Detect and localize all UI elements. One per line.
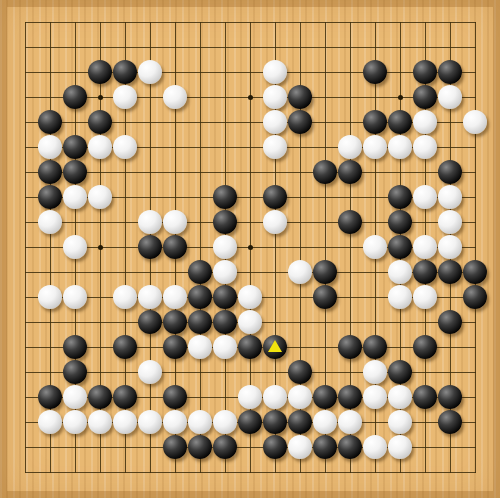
stone-black[interactable] bbox=[313, 385, 337, 409]
stone-white[interactable] bbox=[138, 60, 162, 84]
stone-white[interactable] bbox=[363, 235, 387, 259]
stone-black[interactable] bbox=[313, 285, 337, 309]
stone-black[interactable] bbox=[438, 260, 462, 284]
stone-white[interactable] bbox=[438, 210, 462, 234]
stone-black[interactable] bbox=[188, 285, 212, 309]
stone-white[interactable] bbox=[63, 185, 87, 209]
stone-black[interactable] bbox=[88, 110, 112, 134]
stone-black[interactable] bbox=[388, 110, 412, 134]
stone-black[interactable] bbox=[363, 110, 387, 134]
stone-black[interactable] bbox=[263, 185, 287, 209]
stone-white[interactable] bbox=[338, 135, 362, 159]
stone-black[interactable] bbox=[438, 410, 462, 434]
stone-black[interactable] bbox=[313, 260, 337, 284]
stone-white[interactable] bbox=[263, 60, 287, 84]
stone-black[interactable] bbox=[338, 210, 362, 234]
stone-white[interactable] bbox=[38, 210, 62, 234]
stone-black[interactable] bbox=[438, 385, 462, 409]
stone-black[interactable] bbox=[38, 110, 62, 134]
stone-white[interactable] bbox=[388, 410, 412, 434]
stone-white[interactable] bbox=[88, 410, 112, 434]
stone-white[interactable] bbox=[363, 435, 387, 459]
go-board[interactable] bbox=[0, 0, 500, 498]
stone-white[interactable] bbox=[213, 335, 237, 359]
stone-black[interactable] bbox=[63, 160, 87, 184]
stone-white[interactable] bbox=[363, 360, 387, 384]
stone-black[interactable] bbox=[163, 385, 187, 409]
stone-white[interactable] bbox=[113, 285, 137, 309]
stone-white[interactable] bbox=[388, 135, 412, 159]
stone-black[interactable] bbox=[338, 160, 362, 184]
stone-black[interactable] bbox=[413, 385, 437, 409]
stone-white[interactable] bbox=[388, 285, 412, 309]
stone-black[interactable] bbox=[63, 335, 87, 359]
stone-black[interactable] bbox=[338, 385, 362, 409]
stone-white[interactable] bbox=[363, 135, 387, 159]
stone-black[interactable] bbox=[38, 160, 62, 184]
stone-black[interactable] bbox=[438, 310, 462, 334]
stone-black[interactable] bbox=[138, 235, 162, 259]
stone-white[interactable] bbox=[138, 410, 162, 434]
stone-black[interactable] bbox=[263, 410, 287, 434]
stone-white[interactable] bbox=[113, 410, 137, 434]
stone-white[interactable] bbox=[63, 285, 87, 309]
stone-black[interactable] bbox=[388, 185, 412, 209]
stone-white[interactable] bbox=[288, 260, 312, 284]
stone-black[interactable] bbox=[238, 410, 262, 434]
stone-black[interactable] bbox=[188, 310, 212, 334]
stone-white[interactable] bbox=[188, 410, 212, 434]
stone-white[interactable] bbox=[313, 410, 337, 434]
stone-white[interactable] bbox=[88, 185, 112, 209]
stone-white[interactable] bbox=[188, 335, 212, 359]
stone-black[interactable] bbox=[63, 360, 87, 384]
star-point bbox=[248, 245, 253, 250]
stone-white[interactable] bbox=[413, 285, 437, 309]
stone-white[interactable] bbox=[438, 235, 462, 259]
stone-white[interactable] bbox=[438, 85, 462, 109]
stone-white[interactable] bbox=[213, 410, 237, 434]
stone-black[interactable] bbox=[288, 85, 312, 109]
stone-black[interactable] bbox=[213, 185, 237, 209]
stone-black[interactable] bbox=[413, 85, 437, 109]
stone-white[interactable] bbox=[238, 385, 262, 409]
stone-black[interactable] bbox=[413, 60, 437, 84]
stone-white[interactable] bbox=[213, 260, 237, 284]
stone-black[interactable] bbox=[63, 135, 87, 159]
star-point bbox=[98, 95, 103, 100]
stone-white[interactable] bbox=[63, 385, 87, 409]
stone-white[interactable] bbox=[63, 235, 87, 259]
stone-black[interactable] bbox=[188, 435, 212, 459]
stone-white[interactable] bbox=[113, 85, 137, 109]
stone-white[interactable] bbox=[463, 110, 487, 134]
stone-white[interactable] bbox=[413, 135, 437, 159]
stone-black[interactable] bbox=[38, 385, 62, 409]
stone-white[interactable] bbox=[263, 210, 287, 234]
stone-black[interactable] bbox=[438, 60, 462, 84]
stone-black[interactable] bbox=[388, 360, 412, 384]
stone-black[interactable] bbox=[113, 385, 137, 409]
stone-black[interactable] bbox=[163, 310, 187, 334]
stone-black[interactable] bbox=[313, 435, 337, 459]
stone-black[interactable] bbox=[138, 310, 162, 334]
stone-white[interactable] bbox=[138, 360, 162, 384]
stone-black[interactable] bbox=[338, 335, 362, 359]
stone-white[interactable] bbox=[238, 310, 262, 334]
stone-black[interactable] bbox=[213, 210, 237, 234]
stone-black[interactable] bbox=[463, 260, 487, 284]
stone-black[interactable] bbox=[188, 260, 212, 284]
stone-white[interactable] bbox=[338, 410, 362, 434]
stone-white[interactable] bbox=[413, 110, 437, 134]
stone-black[interactable] bbox=[88, 60, 112, 84]
stone-white[interactable] bbox=[88, 135, 112, 159]
stone-white[interactable] bbox=[413, 185, 437, 209]
stone-white[interactable] bbox=[388, 385, 412, 409]
stone-black[interactable] bbox=[438, 160, 462, 184]
stone-white[interactable] bbox=[38, 410, 62, 434]
stone-white[interactable] bbox=[63, 410, 87, 434]
stone-black[interactable] bbox=[113, 60, 137, 84]
stone-black[interactable] bbox=[163, 335, 187, 359]
stone-white[interactable] bbox=[238, 285, 262, 309]
stone-white[interactable] bbox=[363, 385, 387, 409]
grid-line-vertical bbox=[475, 22, 476, 473]
stone-black[interactable] bbox=[63, 85, 87, 109]
stone-white[interactable] bbox=[38, 135, 62, 159]
stone-black[interactable] bbox=[288, 360, 312, 384]
stone-white[interactable] bbox=[38, 285, 62, 309]
stone-black[interactable] bbox=[363, 60, 387, 84]
stone-white[interactable] bbox=[263, 135, 287, 159]
stone-white[interactable] bbox=[113, 135, 137, 159]
stone-black[interactable] bbox=[113, 335, 137, 359]
last-move-triangle-marker bbox=[268, 340, 282, 352]
stone-black[interactable] bbox=[263, 435, 287, 459]
stone-white[interactable] bbox=[413, 235, 437, 259]
stone-black[interactable] bbox=[338, 435, 362, 459]
stone-black[interactable] bbox=[288, 410, 312, 434]
stone-black[interactable] bbox=[363, 335, 387, 359]
stone-white[interactable] bbox=[138, 285, 162, 309]
stone-white[interactable] bbox=[213, 235, 237, 259]
stone-white[interactable] bbox=[438, 185, 462, 209]
stone-black[interactable] bbox=[413, 260, 437, 284]
stone-black[interactable] bbox=[213, 310, 237, 334]
stone-black[interactable] bbox=[163, 235, 187, 259]
stone-black[interactable] bbox=[213, 285, 237, 309]
stone-black[interactable] bbox=[213, 435, 237, 459]
grid-line-horizontal bbox=[25, 472, 476, 473]
stone-white[interactable] bbox=[288, 435, 312, 459]
stone-black[interactable] bbox=[238, 335, 262, 359]
stone-black[interactable] bbox=[88, 385, 112, 409]
stone-black[interactable] bbox=[288, 110, 312, 134]
stone-black[interactable] bbox=[463, 285, 487, 309]
stone-white[interactable] bbox=[263, 85, 287, 109]
stone-white[interactable] bbox=[263, 110, 287, 134]
stone-black[interactable] bbox=[163, 435, 187, 459]
stone-white[interactable] bbox=[163, 410, 187, 434]
stone-white[interactable] bbox=[163, 85, 187, 109]
stone-white[interactable] bbox=[163, 210, 187, 234]
stone-white[interactable] bbox=[388, 260, 412, 284]
stone-white[interactable] bbox=[163, 285, 187, 309]
stone-white[interactable] bbox=[263, 385, 287, 409]
stone-black[interactable] bbox=[38, 185, 62, 209]
star-point bbox=[98, 245, 103, 250]
stone-black[interactable] bbox=[413, 335, 437, 359]
star-point bbox=[398, 95, 403, 100]
stone-white[interactable] bbox=[138, 210, 162, 234]
stone-black[interactable] bbox=[388, 210, 412, 234]
stone-white[interactable] bbox=[288, 385, 312, 409]
star-point bbox=[248, 95, 253, 100]
stone-black[interactable] bbox=[313, 160, 337, 184]
stone-black[interactable] bbox=[388, 235, 412, 259]
stone-white[interactable] bbox=[388, 435, 412, 459]
